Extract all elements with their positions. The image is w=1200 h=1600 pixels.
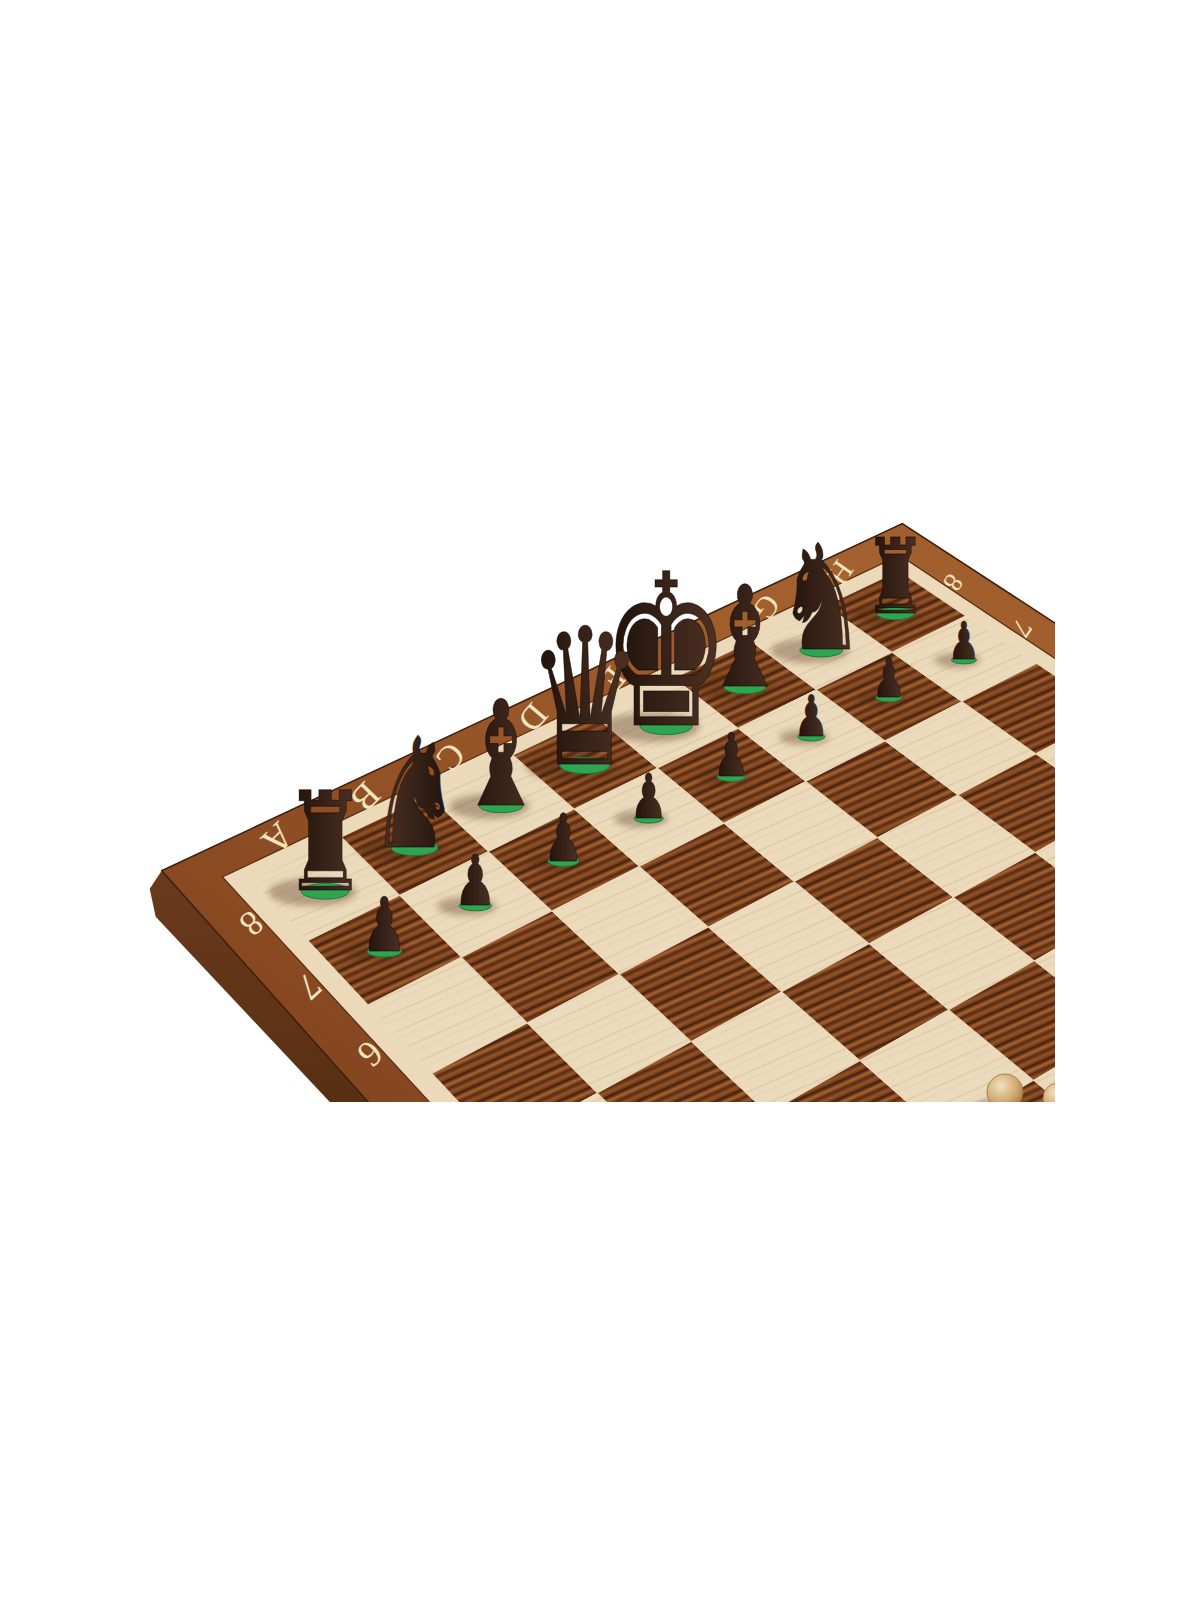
rank-label-left-4: 4 xyxy=(484,1179,528,1225)
square-f3[interactable] xyxy=(1035,913,1200,1028)
square-b3[interactable] xyxy=(672,1113,849,1248)
piece-glyph-pawn: ♟ xyxy=(630,760,668,833)
square-h5[interactable] xyxy=(1036,714,1191,809)
white-piece-neck xyxy=(1049,1098,1068,1137)
piece-glyph-bishop: ♝ xyxy=(456,669,545,839)
piece-glyph-pawn: ♟ xyxy=(872,646,906,710)
board-photo-area: ABCDEFGH8877665544332211♜♞♟♝♟♚♟♛♟♝♟♞♟♜♟♟ xyxy=(150,514,1200,1600)
square-e1[interactable] xyxy=(1124,1101,1200,1237)
square-c1[interactable] xyxy=(938,1213,1129,1361)
chessboard-photo: ABCDEFGH8877665544332211♜♞♟♝♟♚♟♛♟♝♟♞♟♜♟♟ xyxy=(0,0,1200,1600)
rank-label-left-3: 3 xyxy=(558,1260,603,1307)
piece-glyph-pawn: ♟ xyxy=(361,881,407,969)
piece-black-rook-a8[interactable]: ♜ xyxy=(269,763,367,923)
piece-glyph-pawn: ♟ xyxy=(794,683,829,748)
square-b1[interactable] xyxy=(839,1272,1032,1426)
square-a3[interactable] xyxy=(573,1168,752,1308)
square-h4[interactable] xyxy=(1114,767,1200,868)
piece-glyph-pawn: ♟ xyxy=(454,840,497,922)
square-a4[interactable] xyxy=(500,1093,672,1225)
piece-glyph-pawn: ♟ xyxy=(713,720,750,790)
piece-glyph-pawn: ♟ xyxy=(543,800,583,876)
square-b2[interactable] xyxy=(753,1190,938,1334)
square-e2[interactable] xyxy=(1034,1028,1200,1155)
white-piece-ball-top xyxy=(1043,1083,1073,1113)
square-c2[interactable] xyxy=(850,1134,1033,1272)
rank-label-right-5: 5 xyxy=(1156,713,1190,742)
white-piece-ball-top xyxy=(987,1074,1023,1110)
piece-black-knight-b8[interactable]: ♞ xyxy=(359,705,461,883)
piece-glyph-rook: ♜ xyxy=(864,516,927,638)
piece-glyph-rook: ♜ xyxy=(283,763,367,923)
rank-label-right-6: 6 xyxy=(1079,663,1113,692)
square-g4[interactable] xyxy=(1035,809,1197,913)
piece-glyph-knight: ♞ xyxy=(368,705,461,883)
page-background: ABCDEFGH8877665544332211♜♞♟♝♟♚♟♛♟♝♟♞♟♜♟♟ xyxy=(0,0,1200,1600)
rank-label-left-2: 2 xyxy=(638,1348,685,1396)
square-d1[interactable] xyxy=(1033,1156,1200,1298)
piece-black-bishop-c8[interactable]: ♝ xyxy=(449,669,545,839)
white-piece-shadow xyxy=(1030,1103,1075,1118)
square-f2[interactable] xyxy=(1121,978,1200,1100)
square-a1[interactable] xyxy=(735,1334,931,1495)
square-a2[interactable] xyxy=(651,1248,838,1398)
rank-label-left-1: 1 xyxy=(723,1441,771,1491)
square-g3[interactable] xyxy=(1117,868,1200,979)
rank-label-left-5: 5 xyxy=(415,1103,457,1147)
piece-glyph-pawn: ♟ xyxy=(948,611,980,671)
piece-glyph-knight: ♞ xyxy=(777,514,866,684)
